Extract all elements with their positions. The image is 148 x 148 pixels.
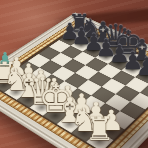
table-corner-shadow xyxy=(68,88,148,148)
chess-scene: ♜♞♝♛♚♝♞♜♟♟♟♟♟♟♟♟♟♟♟♟♟♟♟♟♜♞♝♛♚♝♞♜♟ xyxy=(0,0,148,148)
